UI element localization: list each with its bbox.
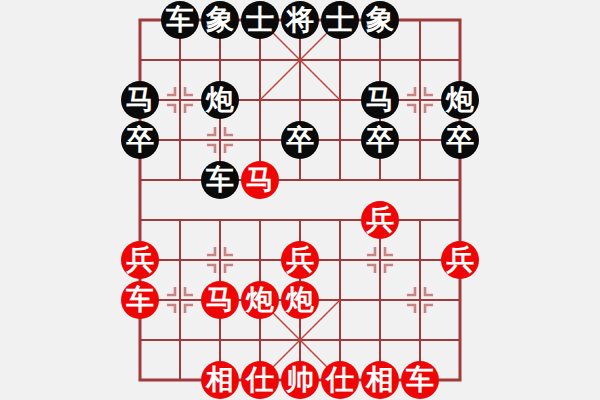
piece-black-advisor[interactable]: 士 [241,1,279,39]
piece-black-horse[interactable]: 马 [361,81,399,119]
piece-black-cannon[interactable]: 炮 [201,81,239,119]
piece-red-soldier[interactable]: 兵 [121,241,159,279]
piece-red-advisor[interactable]: 仕 [321,361,359,399]
piece-red-horse[interactable]: 马 [241,161,279,199]
piece-red-soldier[interactable]: 兵 [441,241,479,279]
piece-black-elephant[interactable]: 象 [361,1,399,39]
piece-black-advisor[interactable]: 士 [321,1,359,39]
piece-black-soldier[interactable]: 卒 [281,121,319,159]
piece-red-soldier[interactable]: 兵 [361,201,399,239]
piece-black-chariot[interactable]: 车 [161,1,199,39]
piece-red-cannon[interactable]: 炮 [281,281,319,319]
xiangqi-app: 车象士将士象马炮马炮卒卒卒卒车马兵兵兵兵车马炮炮相仕帅仕相车 [0,0,600,400]
piece-red-general[interactable]: 帅 [281,361,319,399]
piece-red-elephant[interactable]: 相 [361,361,399,399]
board-grid [120,0,480,400]
piece-red-chariot[interactable]: 车 [121,281,159,319]
piece-black-soldier[interactable]: 卒 [441,121,479,159]
piece-red-soldier[interactable]: 兵 [281,241,319,279]
piece-red-elephant[interactable]: 相 [201,361,239,399]
piece-black-chariot[interactable]: 车 [201,161,239,199]
piece-black-general[interactable]: 将 [281,1,319,39]
piece-red-cannon[interactable]: 炮 [241,281,279,319]
piece-red-chariot[interactable]: 车 [401,361,439,399]
piece-red-horse[interactable]: 马 [201,281,239,319]
piece-black-horse[interactable]: 马 [121,81,159,119]
piece-black-elephant[interactable]: 象 [201,1,239,39]
piece-black-soldier[interactable]: 卒 [121,121,159,159]
piece-red-advisor[interactable]: 仕 [241,361,279,399]
piece-black-soldier[interactable]: 卒 [361,121,399,159]
piece-black-cannon[interactable]: 炮 [441,81,479,119]
xiangqi-board[interactable]: 车象士将士象马炮马炮卒卒卒卒车马兵兵兵兵车马炮炮相仕帅仕相车 [120,0,480,400]
